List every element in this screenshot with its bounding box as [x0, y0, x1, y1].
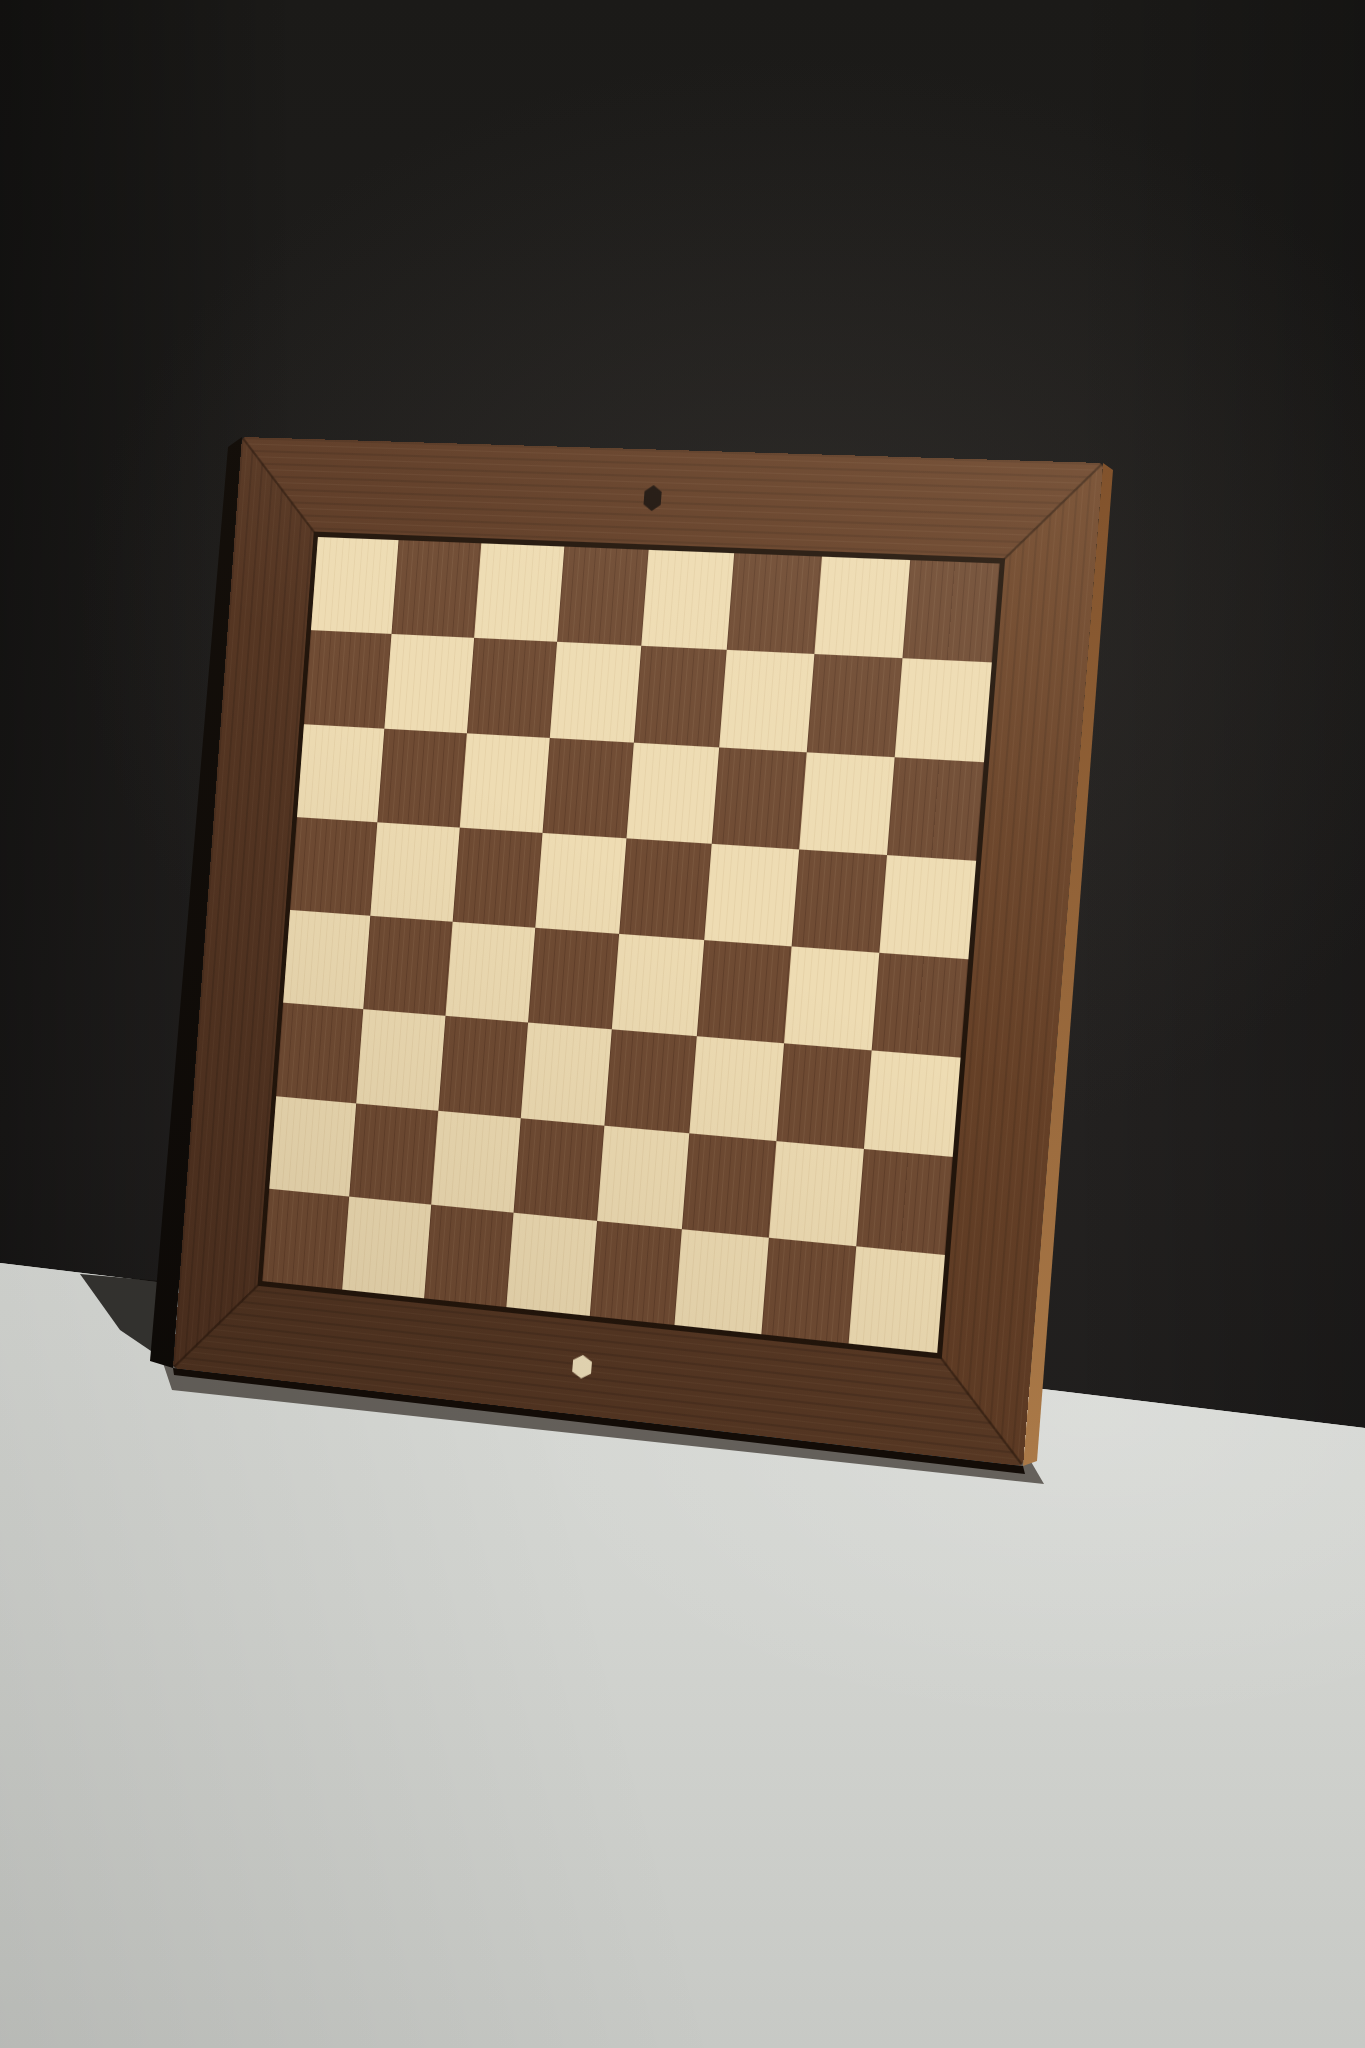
square-d3 — [521, 1023, 612, 1125]
square-b8 — [392, 540, 481, 638]
chessboard — [173, 437, 1103, 1466]
square-g7 — [806, 654, 902, 756]
square-g6 — [799, 752, 895, 855]
square-b5 — [371, 822, 460, 922]
square-f1 — [675, 1229, 769, 1334]
square-a6 — [297, 724, 385, 822]
square-f5 — [704, 844, 798, 947]
square-c5 — [452, 827, 542, 927]
square-b1 — [342, 1196, 430, 1298]
square-g5 — [791, 849, 887, 953]
square-c3 — [438, 1016, 528, 1118]
square-a7 — [304, 630, 392, 728]
square-e6 — [626, 742, 719, 843]
square-e3 — [604, 1030, 697, 1133]
square-d2 — [513, 1118, 604, 1221]
square-e2 — [597, 1125, 689, 1229]
square-g3 — [776, 1044, 871, 1149]
square-f8 — [727, 553, 822, 654]
square-d7 — [550, 642, 642, 742]
square-f2 — [682, 1133, 776, 1238]
square-d8 — [557, 547, 649, 646]
square-a8 — [311, 537, 399, 634]
square-d6 — [542, 737, 634, 838]
square-a1 — [262, 1188, 349, 1289]
square-h4 — [871, 953, 968, 1058]
playing-area — [257, 532, 1005, 1359]
square-e1 — [590, 1221, 682, 1325]
square-a3 — [276, 1003, 363, 1103]
square-c1 — [424, 1204, 514, 1307]
square-f3 — [690, 1036, 784, 1140]
square-c8 — [474, 543, 564, 642]
square-d1 — [506, 1212, 597, 1316]
square-e4 — [612, 934, 705, 1037]
square-h3 — [864, 1051, 961, 1157]
square-b7 — [385, 634, 474, 733]
square-g8 — [814, 557, 910, 659]
square-a2 — [269, 1096, 356, 1197]
square-f6 — [712, 747, 806, 849]
square-a4 — [283, 910, 370, 1009]
square-c6 — [459, 733, 549, 833]
square-g2 — [768, 1141, 863, 1246]
square-d4 — [528, 928, 619, 1030]
square-h6 — [887, 757, 984, 861]
square-e8 — [641, 550, 734, 650]
square-h1 — [848, 1246, 945, 1353]
square-e5 — [619, 838, 712, 940]
square-f4 — [697, 940, 791, 1043]
board-grid — [262, 537, 999, 1353]
square-b6 — [378, 728, 467, 827]
square-b4 — [363, 916, 452, 1016]
square-a5 — [290, 817, 378, 916]
square-h8 — [902, 560, 999, 663]
square-g1 — [761, 1237, 856, 1343]
square-h5 — [879, 855, 976, 959]
scene — [0, 0, 1365, 2048]
square-g4 — [784, 946, 880, 1050]
square-h7 — [894, 658, 991, 761]
square-d5 — [535, 833, 626, 934]
square-c2 — [431, 1110, 521, 1212]
square-b2 — [349, 1103, 437, 1204]
square-e7 — [634, 646, 727, 747]
square-h2 — [856, 1148, 953, 1254]
square-c4 — [445, 922, 535, 1023]
square-c7 — [466, 638, 556, 737]
square-f7 — [719, 650, 813, 752]
square-b3 — [356, 1009, 445, 1110]
